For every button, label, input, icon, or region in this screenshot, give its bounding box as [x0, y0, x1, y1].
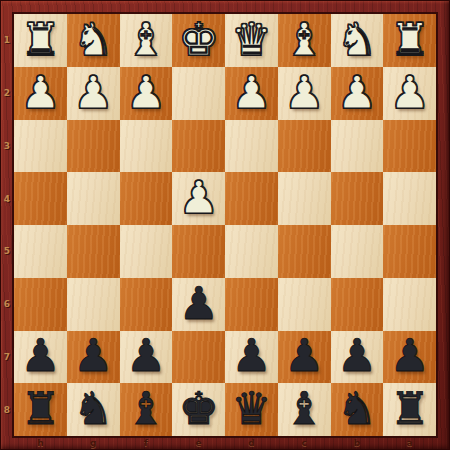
- square-d6[interactable]: [225, 278, 278, 331]
- square-f4[interactable]: [120, 172, 173, 225]
- square-c5[interactable]: [278, 225, 331, 278]
- white-knight[interactable]: ♞: [337, 17, 377, 62]
- white-pawn[interactable]: ♟: [20, 70, 60, 115]
- chess-board: ♜♞♝♚♛♝♞♜♟♟♟♟♟♟♟♟♟♟♟♟♟♟♟♟♜♞♝♚♛♝♞♜: [14, 14, 436, 436]
- square-d1[interactable]: ♛: [225, 14, 278, 67]
- square-h5[interactable]: [14, 225, 67, 278]
- white-knight[interactable]: ♞: [73, 17, 113, 62]
- black-queen[interactable]: ♛: [231, 386, 271, 431]
- black-bishop[interactable]: ♝: [126, 386, 166, 431]
- black-knight[interactable]: ♞: [73, 386, 113, 431]
- black-king[interactable]: ♚: [178, 386, 218, 431]
- file-label-f: f: [120, 436, 173, 450]
- rank-label-6: 6: [0, 278, 14, 331]
- square-f8[interactable]: ♝: [120, 383, 173, 436]
- square-h1[interactable]: ♜: [14, 14, 67, 67]
- square-d3[interactable]: [225, 120, 278, 173]
- black-rook[interactable]: ♜: [389, 386, 429, 431]
- square-a4[interactable]: [383, 172, 436, 225]
- rank-label-2: 2: [0, 67, 14, 120]
- square-e5[interactable]: [172, 225, 225, 278]
- square-a2[interactable]: ♟: [383, 67, 436, 120]
- square-d2[interactable]: ♟: [225, 67, 278, 120]
- white-pawn[interactable]: ♟: [284, 70, 324, 115]
- square-c8[interactable]: ♝: [278, 383, 331, 436]
- rank-label-8: 8: [0, 383, 14, 436]
- square-f1[interactable]: ♝: [120, 14, 173, 67]
- file-label-e: e: [172, 436, 225, 450]
- square-b3[interactable]: [331, 120, 384, 173]
- square-e4[interactable]: ♟: [172, 172, 225, 225]
- black-pawn[interactable]: ♟: [73, 333, 113, 378]
- white-queen[interactable]: ♛: [231, 17, 271, 62]
- square-e3[interactable]: [172, 120, 225, 173]
- square-e8[interactable]: ♚: [172, 383, 225, 436]
- square-g8[interactable]: ♞: [67, 383, 120, 436]
- black-rook[interactable]: ♜: [20, 386, 60, 431]
- black-knight[interactable]: ♞: [337, 386, 377, 431]
- square-c2[interactable]: ♟: [278, 67, 331, 120]
- square-b7[interactable]: ♟: [331, 331, 384, 384]
- square-d4[interactable]: [225, 172, 278, 225]
- white-pawn[interactable]: ♟: [73, 70, 113, 115]
- rank-label-1: 1: [0, 14, 14, 67]
- square-f5[interactable]: [120, 225, 173, 278]
- square-d7[interactable]: ♟: [225, 331, 278, 384]
- square-b6[interactable]: [331, 278, 384, 331]
- square-b8[interactable]: ♞: [331, 383, 384, 436]
- black-pawn[interactable]: ♟: [389, 333, 429, 378]
- square-b4[interactable]: [331, 172, 384, 225]
- square-g4[interactable]: [67, 172, 120, 225]
- square-a1[interactable]: ♜: [383, 14, 436, 67]
- white-rook[interactable]: ♜: [389, 17, 429, 62]
- square-a3[interactable]: [383, 120, 436, 173]
- rank-label-4: 4: [0, 172, 14, 225]
- square-f6[interactable]: [120, 278, 173, 331]
- square-a8[interactable]: ♜: [383, 383, 436, 436]
- black-pawn[interactable]: ♟: [337, 333, 377, 378]
- white-pawn[interactable]: ♟: [337, 70, 377, 115]
- square-f2[interactable]: ♟: [120, 67, 173, 120]
- black-pawn[interactable]: ♟: [178, 281, 218, 326]
- file-label-a: a: [383, 436, 436, 450]
- square-g7[interactable]: ♟: [67, 331, 120, 384]
- black-pawn[interactable]: ♟: [231, 333, 271, 378]
- square-f3[interactable]: [120, 120, 173, 173]
- square-h3[interactable]: [14, 120, 67, 173]
- file-label-d: d: [225, 436, 278, 450]
- rank-label-5: 5: [0, 225, 14, 278]
- black-bishop[interactable]: ♝: [284, 386, 324, 431]
- white-king[interactable]: ♚: [178, 17, 218, 62]
- file-label-g: g: [67, 436, 120, 450]
- square-c4[interactable]: [278, 172, 331, 225]
- rank-label-3: 3: [0, 120, 14, 173]
- square-c1[interactable]: ♝: [278, 14, 331, 67]
- square-h4[interactable]: [14, 172, 67, 225]
- square-a7[interactable]: ♟: [383, 331, 436, 384]
- white-pawn[interactable]: ♟: [231, 70, 271, 115]
- file-coordinates: hgfedcba: [14, 436, 436, 450]
- square-h6[interactable]: [14, 278, 67, 331]
- chess-board-frame: ♜♞♝♚♛♝♞♜♟♟♟♟♟♟♟♟♟♟♟♟♟♟♟♟♜♞♝♚♛♝♞♜ 1234567…: [0, 0, 450, 450]
- square-b2[interactable]: ♟: [331, 67, 384, 120]
- square-g6[interactable]: [67, 278, 120, 331]
- square-b1[interactable]: ♞: [331, 14, 384, 67]
- square-h7[interactable]: ♟: [14, 331, 67, 384]
- square-a6[interactable]: [383, 278, 436, 331]
- square-e7[interactable]: [172, 331, 225, 384]
- square-d8[interactable]: ♛: [225, 383, 278, 436]
- square-g1[interactable]: ♞: [67, 14, 120, 67]
- file-label-h: h: [14, 436, 67, 450]
- square-b5[interactable]: [331, 225, 384, 278]
- file-label-b: b: [331, 436, 384, 450]
- white-pawn[interactable]: ♟: [178, 175, 218, 220]
- white-bishop[interactable]: ♝: [126, 17, 166, 62]
- rank-label-7: 7: [0, 331, 14, 384]
- black-pawn[interactable]: ♟: [284, 333, 324, 378]
- square-c7[interactable]: ♟: [278, 331, 331, 384]
- square-d5[interactable]: [225, 225, 278, 278]
- white-pawn[interactable]: ♟: [389, 70, 429, 115]
- square-h2[interactable]: ♟: [14, 67, 67, 120]
- square-c6[interactable]: [278, 278, 331, 331]
- black-pawn[interactable]: ♟: [126, 333, 166, 378]
- square-e1[interactable]: ♚: [172, 14, 225, 67]
- file-label-c: c: [278, 436, 331, 450]
- white-rook[interactable]: ♜: [20, 17, 60, 62]
- black-pawn[interactable]: ♟: [20, 333, 60, 378]
- square-e2[interactable]: [172, 67, 225, 120]
- square-g3[interactable]: [67, 120, 120, 173]
- square-h8[interactable]: ♜: [14, 383, 67, 436]
- rank-coordinates: 12345678: [0, 14, 14, 436]
- square-e6[interactable]: ♟: [172, 278, 225, 331]
- white-pawn[interactable]: ♟: [126, 70, 166, 115]
- square-g2[interactable]: ♟: [67, 67, 120, 120]
- square-c3[interactable]: [278, 120, 331, 173]
- square-a5[interactable]: [383, 225, 436, 278]
- square-g5[interactable]: [67, 225, 120, 278]
- square-f7[interactable]: ♟: [120, 331, 173, 384]
- white-bishop[interactable]: ♝: [284, 17, 324, 62]
